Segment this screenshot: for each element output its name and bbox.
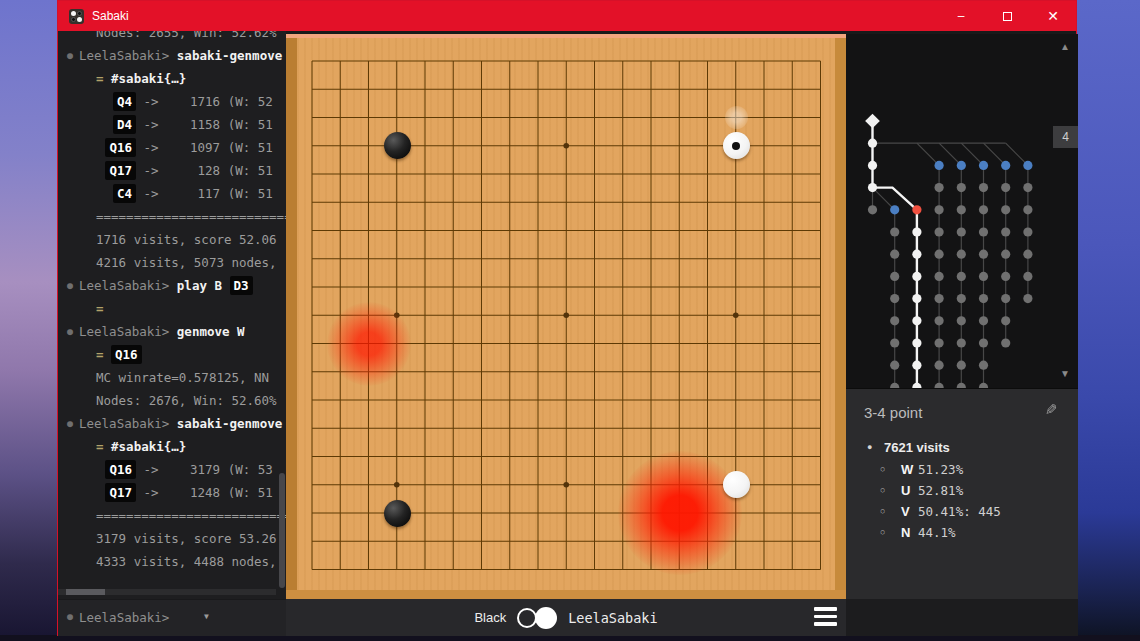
tree-node-gray[interactable] [1023, 183, 1032, 192]
tree-node-gray[interactable] [979, 361, 988, 370]
tree-node-gray[interactable] [890, 272, 899, 281]
player-color-label: Black [474, 610, 506, 625]
console-line: Q17 -> 1248 (W: 51 [58, 481, 286, 504]
console-line: MC winrate=0.578125, NN [58, 366, 286, 389]
tree-node-gray[interactable] [890, 361, 899, 370]
stat-row-W: ○W51.23% [846, 459, 1078, 480]
tree-node-blue[interactable] [1023, 161, 1032, 170]
console-line: Q17 -> 128 (W: 51 [58, 159, 286, 182]
tree-scroll-up-icon[interactable]: ▲ [1060, 41, 1070, 52]
tree-root-node[interactable] [865, 114, 880, 129]
heatmap-blob-O3 [618, 451, 742, 575]
tree-node-gray[interactable] [957, 294, 966, 303]
black-stone-D3[interactable] [384, 500, 411, 527]
console-prompt: LeelaSabaki> [79, 610, 169, 625]
tree-node-white[interactable] [912, 338, 921, 347]
tree-node-gray[interactable] [979, 183, 988, 192]
tree-node-gray[interactable] [957, 250, 966, 259]
tree-node-gray[interactable] [890, 250, 899, 259]
tree-node-white[interactable] [868, 161, 877, 170]
white-stone-Q16[interactable] [723, 132, 750, 159]
engine-player-toggle[interactable] [517, 606, 557, 630]
tree-node-gray[interactable] [957, 205, 966, 214]
console-line: D4 -> 1158 (W: 51 [58, 113, 286, 136]
sabaki-window: Sabaki – ✕ Nodes: 2655, Win: 52.62%●Leel… [57, 0, 1077, 636]
console-line: ●LeelaSabaki> play B D3 [58, 274, 286, 297]
tree-node-gray[interactable] [935, 205, 944, 214]
ghost-stone-Q17 [725, 106, 748, 129]
tree-node-gray[interactable] [890, 227, 899, 236]
black-stone-D16[interactable] [384, 132, 411, 159]
toggle-knob-icon [535, 607, 557, 629]
console-line: Nodes: 2676, Win: 52.60% [58, 389, 286, 412]
tree-node-gray[interactable] [1001, 205, 1010, 214]
stat-row-N: ○N44.1% [846, 522, 1078, 543]
gtp-console[interactable]: Nodes: 2655, Win: 52.62%●LeelaSabaki> sa… [58, 31, 286, 599]
bottom-bar-right [846, 599, 1078, 636]
title-bar[interactable]: Sabaki – ✕ [58, 1, 1076, 31]
tree-node-gray[interactable] [979, 338, 988, 347]
console-line: ========================== [58, 205, 286, 228]
tree-node-blue[interactable] [1001, 161, 1010, 170]
desktop-wallpaper-left [0, 0, 57, 641]
console-horizontal-scrollbar[interactable] [58, 589, 276, 595]
tree-node-blue[interactable] [979, 161, 988, 170]
tree-node-gray[interactable] [1001, 227, 1010, 236]
tree-node-gray[interactable] [979, 294, 988, 303]
console-line: 4216 visits, 5073 nodes, [58, 251, 286, 274]
tree-node-gray[interactable] [890, 338, 899, 347]
tree-node-gray[interactable] [935, 338, 944, 347]
move-title: 3-4 point [864, 404, 922, 421]
tree-node-white[interactable] [868, 183, 877, 192]
console-horizontal-scrollbar-thumb[interactable] [66, 589, 105, 595]
tree-node-white[interactable] [912, 227, 921, 236]
console-line: = #sabaki{…} [58, 435, 286, 458]
prompt-dropdown-icon[interactable]: ▼ [204, 612, 209, 621]
tree-node-white[interactable] [912, 316, 921, 325]
tree-node-blue[interactable] [935, 161, 944, 170]
white-stone-Q4[interactable] [723, 471, 750, 498]
tree-node-blue[interactable] [890, 205, 899, 214]
desktop-wallpaper-right [1077, 0, 1140, 641]
tree-node-gray[interactable] [890, 316, 899, 325]
tree-node-red[interactable] [912, 205, 921, 214]
close-button[interactable]: ✕ [1030, 1, 1076, 31]
tree-node-gray[interactable] [1023, 205, 1032, 214]
tree-node-gray[interactable] [979, 205, 988, 214]
console-line: Q16 -> 3179 (W: 53 [58, 458, 286, 481]
tree-node-gray[interactable] [935, 250, 944, 259]
tree-node-gray[interactable] [1001, 338, 1010, 347]
tree-node-gray[interactable] [957, 183, 966, 192]
tree-node-gray[interactable] [935, 316, 944, 325]
tree-node-gray[interactable] [957, 338, 966, 347]
menu-hamburger-icon[interactable] [814, 606, 837, 628]
maximize-button[interactable] [984, 1, 1030, 31]
edit-pencil-icon[interactable]: ✎ [1045, 401, 1058, 419]
go-board[interactable] [286, 34, 846, 599]
engine-name-label: LeelaSabaki [568, 610, 657, 626]
tree-node-gray[interactable] [1001, 250, 1010, 259]
tree-node-gray[interactable] [1023, 227, 1032, 236]
tree-node-gray[interactable] [1001, 272, 1010, 281]
game-tree-panel[interactable]: ▲ ▼ 4 [846, 34, 1078, 388]
stat-row-V: ○V50.41%: 445 [846, 501, 1078, 522]
console-line: Q4 -> 1716 (W: 52 [58, 90, 286, 113]
analysis-stats-list: ●7621 visits○W51.23%○U52.81%○V50.41%: 44… [846, 437, 1078, 543]
sabaki-app-icon [69, 9, 84, 24]
tree-node-gray[interactable] [935, 294, 944, 303]
desktop: Sabaki – ✕ Nodes: 2655, Win: 52.62%●Leel… [0, 0, 1140, 641]
tree-node-gray[interactable] [935, 361, 944, 370]
tree-node-gray[interactable] [935, 272, 944, 281]
tree-node-gray[interactable] [1001, 294, 1010, 303]
console-line: 4333 visits, 4488 nodes, [58, 550, 286, 573]
tree-slider-label: 4 [1062, 130, 1069, 144]
console-line: 1716 visits, score 52.06 [58, 228, 286, 251]
last-move-marker [732, 142, 740, 150]
tree-node-gray[interactable] [979, 250, 988, 259]
console-line: Nodes: 2655, Win: 52.62% [58, 31, 286, 44]
console-line: 3179 visits, score 53.26 [58, 527, 286, 550]
tree-node-gray[interactable] [890, 294, 899, 303]
tree-node-white[interactable] [912, 272, 921, 281]
tree-node-white[interactable] [868, 139, 877, 148]
prompt-bullet-icon: ● [67, 611, 73, 622]
tree-node-gray[interactable] [935, 227, 944, 236]
tree-node-gray[interactable] [957, 272, 966, 281]
tree-node-gray[interactable] [957, 227, 966, 236]
console-line: C4 -> 117 (W: 51 [58, 182, 286, 205]
tree-node-gray[interactable] [979, 227, 988, 236]
heatmap-blob-C9 [327, 302, 411, 386]
tree-node-gray[interactable] [957, 361, 966, 370]
tree-node-gray[interactable] [1023, 250, 1032, 259]
console-line: ========================== [58, 504, 286, 527]
tree-node-gray[interactable] [957, 316, 966, 325]
tree-node-gray[interactable] [1001, 316, 1010, 325]
console-log: Nodes: 2655, Win: 52.62%●LeelaSabaki> sa… [58, 31, 286, 573]
console-line: ●LeelaSabaki> sabaki-genmove W [58, 412, 286, 435]
move-info-panel: 3-4 point ✎ ●7621 visits○W51.23%○U52.81%… [846, 388, 1078, 599]
minimize-button[interactable]: – [938, 1, 984, 31]
tree-scroll-down-icon[interactable]: ▼ [1060, 368, 1070, 379]
stat-row-U: ○U52.81% [846, 480, 1078, 501]
console-line: Q16 -> 1097 (W: 51 [58, 136, 286, 159]
tree-node-gray[interactable] [868, 205, 877, 214]
board-stones-layer [286, 34, 846, 599]
tree-node-gray[interactable] [979, 316, 988, 325]
console-vertical-scrollbar[interactable] [279, 473, 285, 588]
tree-slider-handle[interactable]: 4 [1053, 126, 1078, 148]
tree-node-white[interactable] [912, 250, 921, 259]
tree-node-gray[interactable] [1023, 294, 1032, 303]
console-line: ●LeelaSabaki> genmove W [58, 320, 286, 343]
tree-node-gray[interactable] [979, 272, 988, 281]
game-tree[interactable] [846, 34, 1078, 388]
tree-node-white[interactable] [912, 361, 921, 370]
console-line: = #sabaki{…} [58, 67, 286, 90]
toggle-ring-icon [517, 608, 537, 628]
window-title: Sabaki [92, 9, 129, 23]
console-line: ●LeelaSabaki> sabaki-genmove W [58, 44, 286, 67]
tree-node-white[interactable] [912, 294, 921, 303]
tree-node-gray[interactable] [1023, 272, 1032, 281]
console-line: = [58, 297, 286, 320]
console-input-bar[interactable]: ● LeelaSabaki> ▼ [58, 599, 286, 636]
visits-row: ●7621 visits [846, 437, 1078, 458]
tree-node-blue[interactable] [957, 161, 966, 170]
player-bar: Black LeelaSabaki [286, 599, 846, 636]
console-line: = Q16 [58, 343, 286, 366]
tree-node-gray[interactable] [1001, 183, 1010, 192]
tree-node-gray[interactable] [935, 183, 944, 192]
